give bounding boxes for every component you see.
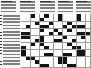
grid-cell[interactable] [49, 64, 53, 67]
grid-cell[interactable] [81, 64, 85, 67]
grid-cell[interactable] [26, 64, 30, 67]
grid-cell[interactable] [35, 64, 39, 67]
clue-column-top-4 [58, 1, 73, 13]
clue-column-top-5 [76, 1, 91, 13]
clue-column-top-3 [40, 1, 55, 13]
grid-cell[interactable] [86, 64, 90, 67]
grid-cell[interactable] [77, 64, 81, 67]
crossword-page [0, 0, 91, 68]
black-cell [67, 64, 71, 67]
clue-column-top-1 [1, 1, 16, 13]
clue-column-top-2 [20, 1, 35, 13]
black-cell [40, 64, 44, 67]
grid-cell[interactable] [54, 64, 58, 67]
grid-cell[interactable] [31, 64, 35, 67]
grid-cell[interactable] [58, 64, 62, 67]
grid-cell[interactable] [63, 64, 67, 67]
crossword-grid [21, 14, 91, 68]
grid-cell[interactable] [21, 64, 25, 67]
clue-number-gutter [0, 15, 2, 68]
black-cell [72, 64, 76, 67]
black-cell [44, 64, 48, 67]
clue-column-left [3, 15, 20, 68]
